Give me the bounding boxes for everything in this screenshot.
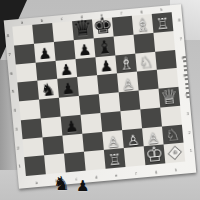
- square-b5[interactable]: ♞: [37, 79, 59, 99]
- piece-bP-c5[interactable]: ♟: [61, 81, 76, 97]
- rank-label-left-5: 5: [11, 83, 15, 102]
- rank-label-left-7: 7: [8, 46, 12, 65]
- square-a4[interactable]: [19, 100, 41, 120]
- piece-bP-e6[interactable]: ♟: [99, 59, 114, 75]
- rank-label-left-6: 6: [9, 64, 13, 83]
- square-h2[interactable]: ♘: [162, 124, 184, 144]
- piece-bP-c3[interactable]: ♟: [64, 119, 79, 135]
- square-e3[interactable]: [100, 111, 122, 131]
- rank-label-left-8: 8: [6, 27, 10, 46]
- square-g6[interactable]: ♘: [135, 51, 157, 71]
- square-c4[interactable]: [59, 96, 81, 116]
- captured-black-knight[interactable]: ♞: [53, 174, 70, 193]
- file-label-bottom-h: h: [166, 167, 186, 173]
- square-g5[interactable]: [137, 70, 159, 90]
- square-f5[interactable]: ♙: [117, 72, 139, 92]
- rank-label-left-1: 1: [18, 158, 22, 177]
- square-h3[interactable]: [160, 106, 182, 126]
- square-c6[interactable]: ♟: [56, 59, 78, 79]
- square-e4[interactable]: [99, 92, 121, 112]
- piece-wP-f2[interactable]: ♙: [126, 133, 140, 148]
- square-f4[interactable]: [119, 90, 141, 110]
- board-logo: ♔: [167, 146, 181, 160]
- square-g8[interactable]: ♗: [132, 14, 154, 34]
- square-h6[interactable]: [155, 50, 177, 70]
- square-b2[interactable]: [42, 135, 64, 155]
- square-a6[interactable]: [16, 62, 38, 82]
- square-g1[interactable]: ♔: [144, 145, 166, 165]
- square-g3[interactable]: [140, 107, 162, 127]
- square-f8[interactable]: [112, 16, 134, 36]
- file-label-bottom-e: e: [106, 172, 126, 178]
- square-g4[interactable]: [139, 89, 161, 109]
- square-c2[interactable]: [62, 133, 84, 153]
- piece-wR-h8[interactable]: ♖: [155, 16, 170, 32]
- square-e7[interactable]: ♝: [94, 36, 116, 56]
- square-d1[interactable]: [84, 150, 106, 170]
- file-label-bottom-f: f: [126, 171, 146, 177]
- square-a7[interactable]: [14, 44, 36, 64]
- square-g7[interactable]: [134, 33, 156, 53]
- square-d2[interactable]: [82, 131, 104, 151]
- chessboard-photo: abcdefgh abcdefgh 87654321 87654321 ♛♚♗♖…: [0, 0, 200, 200]
- file-label-bottom-a: a: [26, 180, 46, 186]
- square-d4[interactable]: [79, 94, 101, 114]
- piece-wB-g8[interactable]: ♗: [134, 16, 151, 34]
- board-squares: ♛♚♗♖♟♟♝♟♟♗♘♞♟♙♕♟♙♙♙♘♖♔♔: [12, 12, 185, 176]
- rank-label-right-2: 2: [187, 123, 191, 142]
- square-f1[interactable]: [124, 146, 146, 166]
- square-a8[interactable]: [12, 25, 34, 45]
- chess-board[interactable]: abcdefgh abcdefgh 87654321 87654321 ♛♚♗♖…: [4, 4, 197, 188]
- square-b3[interactable]: [41, 116, 63, 136]
- piece-bQ-d8[interactable]: ♛: [72, 17, 93, 40]
- rank-label-right-7: 7: [179, 30, 183, 49]
- square-a3[interactable]: [21, 118, 43, 138]
- square-c7[interactable]: [54, 40, 76, 60]
- square-b4[interactable]: [39, 98, 61, 118]
- square-a2[interactable]: [23, 137, 45, 157]
- square-h8[interactable]: ♖: [152, 12, 174, 32]
- square-d7[interactable]: ♟: [74, 38, 96, 58]
- piece-wP-f5[interactable]: ♙: [121, 77, 135, 92]
- file-label-bottom-g: g: [146, 169, 166, 175]
- square-c3[interactable]: ♟: [61, 115, 83, 135]
- piece-bP-c6[interactable]: ♟: [59, 63, 74, 79]
- rank-label-left-4: 4: [13, 102, 17, 121]
- square-h4[interactable]: ♕: [159, 87, 181, 107]
- board-brand-text: [182, 56, 189, 98]
- board-logo-crown-icon: ♔: [172, 150, 178, 156]
- square-d8[interactable]: ♛: [72, 19, 94, 39]
- square-c5[interactable]: ♟: [57, 77, 79, 97]
- piece-wR-e1[interactable]: ♖: [107, 152, 122, 168]
- piece-wN-g6[interactable]: ♘: [138, 54, 154, 71]
- square-f7[interactable]: [114, 34, 136, 54]
- captured-black-pawn[interactable]: ♟: [76, 179, 89, 194]
- piece-wN-h2[interactable]: ♘: [165, 127, 181, 144]
- piece-wK-g1[interactable]: ♔: [145, 144, 165, 166]
- square-d5[interactable]: [77, 75, 99, 95]
- square-a5[interactable]: [17, 81, 39, 101]
- piece-bN-b5[interactable]: ♞: [40, 81, 57, 99]
- square-d3[interactable]: [81, 113, 103, 133]
- square-e6[interactable]: ♟: [95, 55, 117, 75]
- rank-label-right-8: 8: [177, 11, 181, 30]
- rank-label-left-3: 3: [14, 120, 18, 139]
- square-h7[interactable]: [153, 31, 175, 51]
- piece-wB-f6[interactable]: ♗: [118, 55, 135, 73]
- square-e2[interactable]: ♙: [102, 130, 124, 150]
- square-e1[interactable]: ♖: [104, 148, 126, 168]
- square-e5[interactable]: [97, 74, 119, 94]
- piece-bP-d7[interactable]: ♟: [77, 42, 92, 58]
- square-b6[interactable]: [36, 60, 58, 80]
- square-c1[interactable]: [64, 152, 86, 172]
- rank-label-left-2: 2: [16, 139, 20, 158]
- piece-wP-e2[interactable]: ♙: [106, 135, 120, 150]
- square-b7[interactable]: ♟: [34, 42, 56, 62]
- rank-label-right-1: 1: [189, 142, 193, 161]
- piece-wQ-h4[interactable]: ♕: [159, 86, 179, 108]
- square-c8[interactable]: [52, 21, 74, 41]
- square-f6[interactable]: ♗: [115, 53, 137, 73]
- square-f3[interactable]: [120, 109, 142, 129]
- piece-bB-e7[interactable]: ♝: [96, 37, 114, 56]
- piece-bP-b7[interactable]: ♟: [38, 46, 53, 62]
- rank-label-right-3: 3: [186, 105, 190, 124]
- square-b8[interactable]: [32, 23, 54, 43]
- square-h1[interactable]: ♔: [164, 143, 186, 163]
- square-d6[interactable]: [75, 57, 97, 77]
- square-a1[interactable]: [24, 156, 46, 176]
- square-f2[interactable]: ♙: [122, 128, 144, 148]
